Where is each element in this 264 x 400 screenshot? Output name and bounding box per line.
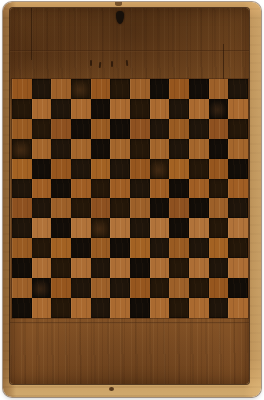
game-board <box>3 2 261 397</box>
board-square-r8c2 <box>32 218 52 238</box>
board-square-r5c8 <box>150 159 170 179</box>
board-square-r9c9 <box>169 238 189 258</box>
board-square-r10c2 <box>32 258 52 278</box>
board-square-r11c12 <box>228 278 248 298</box>
board-square-r11c10 <box>189 278 209 298</box>
board-square-r8c12 <box>228 218 248 238</box>
board-square-r4c5 <box>91 139 111 159</box>
board-square-r8c5 <box>91 218 111 238</box>
board-square-r2c7 <box>130 99 150 119</box>
board-square-r10c1 <box>12 258 32 278</box>
board-square-r4c4 <box>71 139 91 159</box>
board-square-r6c3 <box>51 179 71 199</box>
rim-knot <box>109 387 114 391</box>
board-square-r7c10 <box>189 198 209 218</box>
board-square-r8c7 <box>130 218 150 238</box>
board-square-r7c3 <box>51 198 71 218</box>
board-square-r2c10 <box>189 99 209 119</box>
board-square-r11c5 <box>91 278 111 298</box>
board-square-r3c11 <box>209 119 229 139</box>
board-square-r5c10 <box>189 159 209 179</box>
board-square-r3c10 <box>189 119 209 139</box>
board-square-r1c1 <box>12 79 32 99</box>
grain-mark <box>126 60 129 66</box>
board-square-r1c12 <box>228 79 248 99</box>
grain-mark <box>99 62 102 68</box>
board-square-r5c4 <box>71 159 91 179</box>
board-square-r3c6 <box>110 119 130 139</box>
board-square-r10c4 <box>71 258 91 278</box>
board-square-r9c5 <box>91 238 111 258</box>
board-square-r12c5 <box>91 298 111 318</box>
board-square-r3c4 <box>71 119 91 139</box>
board-square-r12c10 <box>189 298 209 318</box>
board-square-r6c5 <box>91 179 111 199</box>
board-square-r2c11 <box>209 99 229 119</box>
board-square-r2c3 <box>51 99 71 119</box>
board-square-r1c11 <box>209 79 229 99</box>
board-square-r10c8 <box>150 258 170 278</box>
board-square-r9c7 <box>130 238 150 258</box>
board-square-r5c6 <box>110 159 130 179</box>
board-square-r3c3 <box>51 119 71 139</box>
board-square-r5c12 <box>228 159 248 179</box>
board-square-r5c9 <box>169 159 189 179</box>
board-square-r1c5 <box>91 79 111 99</box>
board-square-r10c3 <box>51 258 71 278</box>
grain-mark <box>90 60 92 66</box>
board-square-r2c5 <box>91 99 111 119</box>
wood-joint-bottom <box>10 322 249 324</box>
board-square-r5c5 <box>91 159 111 179</box>
board-square-r6c10 <box>189 179 209 199</box>
board-square-r4c2 <box>32 139 52 159</box>
board-square-r9c3 <box>51 238 71 258</box>
board-square-r8c11 <box>209 218 229 238</box>
board-square-r9c8 <box>150 238 170 258</box>
board-square-r4c1 <box>12 139 32 159</box>
board-square-r8c10 <box>189 218 209 238</box>
board-square-r7c6 <box>110 198 130 218</box>
board-square-r2c8 <box>150 99 170 119</box>
board-square-r11c1 <box>12 278 32 298</box>
board-square-r9c10 <box>189 238 209 258</box>
board-square-r10c12 <box>228 258 248 278</box>
board-square-r11c7 <box>130 278 150 298</box>
board-square-r10c7 <box>130 258 150 278</box>
board-square-r1c3 <box>51 79 71 99</box>
board-square-r1c8 <box>150 79 170 99</box>
board-square-r1c6 <box>110 79 130 99</box>
board-square-r12c8 <box>150 298 170 318</box>
board-square-r4c10 <box>189 139 209 159</box>
board-square-r2c4 <box>71 99 91 119</box>
board-square-r6c7 <box>130 179 150 199</box>
grain-mark <box>111 61 113 67</box>
board-square-r9c1 <box>12 238 32 258</box>
board-square-r2c12 <box>228 99 248 119</box>
board-square-r2c9 <box>169 99 189 119</box>
board-square-r5c11 <box>209 159 229 179</box>
board-square-r6c2 <box>32 179 52 199</box>
board-square-r6c6 <box>110 179 130 199</box>
board-square-r11c6 <box>110 278 130 298</box>
board-square-r12c4 <box>71 298 91 318</box>
checkerboard-grid <box>12 79 248 318</box>
board-square-r3c2 <box>32 119 52 139</box>
board-square-r6c8 <box>150 179 170 199</box>
hang-hole <box>116 11 124 24</box>
board-square-r7c11 <box>209 198 229 218</box>
board-square-r6c12 <box>228 179 248 199</box>
board-square-r8c4 <box>71 218 91 238</box>
board-square-r4c3 <box>51 139 71 159</box>
board-square-r6c11 <box>209 179 229 199</box>
board-square-r1c9 <box>169 79 189 99</box>
board-square-r1c10 <box>189 79 209 99</box>
board-square-r7c5 <box>91 198 111 218</box>
board-square-r7c7 <box>130 198 150 218</box>
board-square-r9c6 <box>110 238 130 258</box>
board-square-r4c6 <box>110 139 130 159</box>
board-square-r12c11 <box>209 298 229 318</box>
board-square-r3c9 <box>169 119 189 139</box>
rim-nick <box>115 2 122 6</box>
board-square-r9c12 <box>228 238 248 258</box>
board-face <box>10 8 249 384</box>
board-square-r11c9 <box>169 278 189 298</box>
board-square-r3c12 <box>228 119 248 139</box>
board-square-r4c8 <box>150 139 170 159</box>
board-square-r2c1 <box>12 99 32 119</box>
board-square-r6c4 <box>71 179 91 199</box>
board-square-r11c8 <box>150 278 170 298</box>
board-square-r9c11 <box>209 238 229 258</box>
board-square-r8c8 <box>150 218 170 238</box>
board-square-r10c11 <box>209 258 229 278</box>
board-square-r1c4 <box>71 79 91 99</box>
board-square-r5c7 <box>130 159 150 179</box>
board-square-r8c3 <box>51 218 71 238</box>
board-square-r7c2 <box>32 198 52 218</box>
board-square-r11c2 <box>32 278 52 298</box>
board-square-r3c7 <box>130 119 150 139</box>
board-square-r7c8 <box>150 198 170 218</box>
board-square-r10c6 <box>110 258 130 278</box>
board-square-r7c4 <box>71 198 91 218</box>
board-square-r12c9 <box>169 298 189 318</box>
wood-crack-left <box>31 8 32 60</box>
board-square-r8c9 <box>169 218 189 238</box>
board-square-r7c12 <box>228 198 248 218</box>
board-square-r1c2 <box>32 79 52 99</box>
board-square-r7c9 <box>169 198 189 218</box>
board-square-r4c11 <box>209 139 229 159</box>
board-square-r1c7 <box>130 79 150 99</box>
board-square-r5c1 <box>12 159 32 179</box>
board-square-r8c6 <box>110 218 130 238</box>
board-square-r4c7 <box>130 139 150 159</box>
board-square-r11c3 <box>51 278 71 298</box>
board-square-r11c4 <box>71 278 91 298</box>
board-square-r6c1 <box>12 179 32 199</box>
board-square-r5c2 <box>32 159 52 179</box>
board-square-r7c1 <box>12 198 32 218</box>
board-square-r10c5 <box>91 258 111 278</box>
board-square-r8c1 <box>12 218 32 238</box>
board-square-r11c11 <box>209 278 229 298</box>
board-square-r3c1 <box>12 119 32 139</box>
board-square-r5c3 <box>51 159 71 179</box>
board-square-r2c2 <box>32 99 52 119</box>
board-square-r12c2 <box>32 298 52 318</box>
board-square-r4c9 <box>169 139 189 159</box>
board-square-r3c5 <box>91 119 111 139</box>
photo-background <box>0 0 264 400</box>
board-square-r12c1 <box>12 298 32 318</box>
board-square-r10c10 <box>189 258 209 278</box>
board-square-r12c12 <box>228 298 248 318</box>
board-square-r4c12 <box>228 139 248 159</box>
board-square-r9c2 <box>32 238 52 258</box>
board-square-r6c9 <box>169 179 189 199</box>
board-square-r2c6 <box>110 99 130 119</box>
board-square-r12c7 <box>130 298 150 318</box>
board-square-r12c3 <box>51 298 71 318</box>
board-square-r9c4 <box>71 238 91 258</box>
board-square-r12c6 <box>110 298 130 318</box>
board-square-r3c8 <box>150 119 170 139</box>
wood-joint-top <box>10 50 249 52</box>
board-square-r10c9 <box>169 258 189 278</box>
